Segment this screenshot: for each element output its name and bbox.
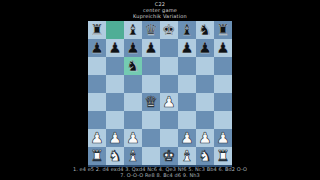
piece-black-knight: ♞ <box>198 21 211 39</box>
square-g6 <box>196 57 214 75</box>
square-g5 <box>196 75 214 93</box>
square-a6 <box>88 57 106 75</box>
piece-white-king: ♚ <box>162 147 175 165</box>
piece-white-knight: ♞ <box>198 147 211 165</box>
square-e3 <box>160 111 178 129</box>
piece-black-knight: ♞ <box>126 57 139 75</box>
piece-white-pawn: ♟ <box>216 129 229 147</box>
square-c5 <box>124 75 142 93</box>
square-c6: ♞ <box>124 57 142 75</box>
square-b3 <box>106 111 124 129</box>
square-f3 <box>178 111 196 129</box>
square-g3 <box>196 111 214 129</box>
piece-white-knight: ♞ <box>108 147 121 165</box>
square-f2: ♟ <box>178 129 196 147</box>
square-g1: ♞ <box>196 147 214 165</box>
square-c4 <box>124 93 142 111</box>
square-d7: ♟ <box>142 39 160 57</box>
square-d4: ♛ <box>142 93 160 111</box>
square-d5 <box>142 75 160 93</box>
piece-white-bishop: ♝ <box>126 147 139 165</box>
square-a7: ♟ <box>88 39 106 57</box>
piece-black-pawn: ♟ <box>198 39 211 57</box>
square-a8: ♜ <box>88 21 106 39</box>
square-e2 <box>160 129 178 147</box>
square-f7: ♟ <box>178 39 196 57</box>
square-e4: ♟ <box>160 93 178 111</box>
piece-white-pawn: ♟ <box>198 129 211 147</box>
square-g2: ♟ <box>196 129 214 147</box>
square-a2: ♟ <box>88 129 106 147</box>
move-line-2: 7. O-O-O Re8 8. Bc4 d6 9. Nh3 <box>0 172 320 178</box>
opening-header: C22 center game Kupreichik Variation <box>0 1 320 19</box>
square-h8: ♜ <box>214 21 232 39</box>
piece-white-rook: ♜ <box>216 147 229 165</box>
square-f6 <box>178 57 196 75</box>
piece-white-rook: ♜ <box>90 147 103 165</box>
square-c7: ♟ <box>124 39 142 57</box>
square-a5 <box>88 75 106 93</box>
piece-white-queen: ♛ <box>144 93 157 111</box>
piece-black-pawn: ♟ <box>126 39 139 57</box>
square-e8: ♚ <box>160 21 178 39</box>
piece-white-pawn: ♟ <box>108 129 121 147</box>
square-h3 <box>214 111 232 129</box>
piece-white-pawn: ♟ <box>180 129 193 147</box>
move-list: 1. e4 e5 2. d4 exd4 3. Qxd4 Nc6 4. Qe3 N… <box>0 166 320 178</box>
square-e5 <box>160 75 178 93</box>
square-h5 <box>214 75 232 93</box>
piece-white-pawn: ♟ <box>162 93 175 111</box>
piece-white-bishop: ♝ <box>180 147 193 165</box>
square-a1: ♜ <box>88 147 106 165</box>
square-f1: ♝ <box>178 147 196 165</box>
square-b2: ♟ <box>106 129 124 147</box>
piece-black-queen: ♛ <box>144 21 157 39</box>
piece-white-pawn: ♟ <box>126 129 139 147</box>
square-h2: ♟ <box>214 129 232 147</box>
square-b6 <box>106 57 124 75</box>
square-c2: ♟ <box>124 129 142 147</box>
square-c1: ♝ <box>124 147 142 165</box>
piece-white-pawn: ♟ <box>90 129 103 147</box>
square-g4 <box>196 93 214 111</box>
piece-black-rook: ♜ <box>216 21 229 39</box>
piece-black-rook: ♜ <box>90 21 103 39</box>
square-d1 <box>142 147 160 165</box>
variation-name: Kupreichik Variation <box>0 13 320 19</box>
square-b5 <box>106 75 124 93</box>
square-b7: ♟ <box>106 39 124 57</box>
square-g8: ♞ <box>196 21 214 39</box>
square-a3 <box>88 111 106 129</box>
square-e1: ♚ <box>160 147 178 165</box>
piece-black-pawn: ♟ <box>90 39 103 57</box>
square-b8 <box>106 21 124 39</box>
square-f5 <box>178 75 196 93</box>
piece-black-bishop: ♝ <box>126 21 139 39</box>
square-f4 <box>178 93 196 111</box>
square-b4 <box>106 93 124 111</box>
square-h1: ♜ <box>214 147 232 165</box>
square-h7: ♟ <box>214 39 232 57</box>
square-d6 <box>142 57 160 75</box>
piece-black-pawn: ♟ <box>144 39 157 57</box>
piece-black-pawn: ♟ <box>216 39 229 57</box>
chess-board: ♜♝♛♚♝♞♜♟♟♟♟♟♟♟♞♛♟♟♟♟♟♟♟♜♞♝♚♝♞♜ <box>88 21 232 167</box>
square-h4 <box>214 93 232 111</box>
piece-black-bishop: ♝ <box>180 21 193 39</box>
square-c3 <box>124 111 142 129</box>
square-a4 <box>88 93 106 111</box>
piece-black-king: ♚ <box>162 21 175 39</box>
square-b1: ♞ <box>106 147 124 165</box>
square-d2 <box>142 129 160 147</box>
square-h6 <box>214 57 232 75</box>
piece-black-pawn: ♟ <box>108 39 121 57</box>
square-f8: ♝ <box>178 21 196 39</box>
square-e7 <box>160 39 178 57</box>
video-frame: C22 center game Kupreichik Variation ♜♝♛… <box>0 0 320 180</box>
square-e6 <box>160 57 178 75</box>
square-d8: ♛ <box>142 21 160 39</box>
square-g7: ♟ <box>196 39 214 57</box>
square-c8: ♝ <box>124 21 142 39</box>
piece-black-pawn: ♟ <box>180 39 193 57</box>
square-d3 <box>142 111 160 129</box>
